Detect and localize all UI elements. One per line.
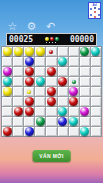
board-cell[interactable] [58, 107, 68, 116]
board-cell[interactable] [24, 117, 34, 126]
new-game-button[interactable]: VÁN MỚI [32, 150, 71, 162]
board-cell[interactable] [24, 47, 34, 56]
board-cell[interactable] [46, 57, 56, 66]
board-cell[interactable] [91, 77, 101, 86]
board-cell[interactable] [2, 87, 12, 96]
gear-icon[interactable]: ⚙ [25, 20, 38, 32]
board-cell[interactable] [69, 47, 79, 56]
board-cell[interactable] [2, 77, 12, 86]
board-cell[interactable] [58, 127, 68, 136]
ball-cyan [36, 77, 45, 86]
board-cell[interactable] [13, 57, 23, 66]
preview-ball-yellow [27, 90, 31, 94]
ball-red [58, 77, 67, 86]
board-cell[interactable] [2, 107, 12, 116]
ball-red [25, 67, 34, 76]
ball-yellow [14, 47, 23, 56]
board-cell[interactable] [13, 77, 23, 86]
ball-cyan [58, 57, 67, 66]
board-cell[interactable] [69, 67, 79, 76]
next-ball-red [50, 37, 54, 41]
ad-thumbnail [89, 7, 100, 18]
board-cell[interactable] [80, 67, 90, 76]
preview-ball-green [72, 80, 76, 84]
ad-badge[interactable]: Ad [88, 2, 101, 19]
ball-red [47, 67, 56, 76]
board-cell[interactable] [91, 107, 101, 116]
score-bar-specks [46, 42, 58, 43]
board-cell[interactable] [35, 87, 45, 96]
next-ball-green [55, 37, 59, 41]
board-cell[interactable] [24, 77, 34, 86]
board-cell[interactable] [35, 47, 45, 56]
ball-red [47, 87, 56, 96]
board-cell[interactable] [46, 97, 56, 106]
ball-magenta [69, 87, 78, 96]
board-cell[interactable] [58, 97, 68, 106]
ball-yellow [36, 47, 45, 56]
board-cell[interactable] [24, 87, 34, 96]
ball-red [25, 97, 34, 106]
board-cell[interactable] [24, 107, 34, 116]
ball-cyan [91, 47, 100, 56]
board-cell[interactable] [13, 117, 23, 126]
board-cell[interactable] [58, 77, 68, 86]
ball-green [36, 117, 45, 126]
next-ball-yellow [45, 37, 49, 41]
board-cell[interactable] [80, 87, 90, 96]
board-cell[interactable] [24, 57, 34, 66]
board-cell[interactable] [91, 127, 101, 136]
board-cell[interactable] [91, 117, 101, 126]
board [1, 46, 102, 137]
ball-yellow [3, 87, 12, 96]
board-cell[interactable] [13, 87, 23, 96]
ball-red [25, 77, 34, 86]
board-cell[interactable] [35, 107, 45, 116]
ball-magenta [3, 67, 12, 76]
board-cell[interactable] [80, 127, 90, 136]
board-cell[interactable] [2, 117, 12, 126]
board-cell[interactable] [2, 47, 12, 56]
board-cell[interactable] [35, 117, 45, 126]
board-cell[interactable] [80, 117, 90, 126]
board-cell[interactable] [46, 77, 56, 86]
board-cell[interactable] [91, 67, 101, 76]
board-cell[interactable] [35, 97, 45, 106]
ball-red [25, 107, 34, 116]
board-cell[interactable] [24, 67, 34, 76]
ball-red [3, 127, 12, 136]
board-cell[interactable] [58, 47, 68, 56]
game-screen: Ad ☆ ⚙ ↶ 00025 00000 VÁN MỚI [0, 0, 103, 183]
undo-icon[interactable]: ↶ [44, 20, 57, 32]
next-balls-panel [45, 37, 59, 43]
board-cell[interactable] [91, 47, 101, 56]
board-cell[interactable] [24, 97, 34, 106]
score-high: 00000 [70, 35, 94, 44]
board-cell[interactable] [69, 97, 79, 106]
board-cell[interactable] [91, 87, 101, 96]
board-cell[interactable] [80, 97, 90, 106]
board-cell[interactable] [2, 127, 12, 136]
board-cell[interactable] [69, 87, 79, 96]
ball-blue [25, 57, 34, 66]
board-cell[interactable] [58, 117, 68, 126]
board-cell[interactable] [35, 127, 45, 136]
board-cell[interactable] [35, 67, 45, 76]
ball-yellow [3, 47, 12, 56]
board-cell[interactable] [35, 57, 45, 66]
board-cell[interactable] [46, 67, 56, 76]
ball-blue [25, 127, 34, 136]
board-cell[interactable] [2, 57, 12, 66]
board-cell[interactable] [35, 77, 45, 86]
board-cell[interactable] [69, 117, 79, 126]
board-cell[interactable] [24, 127, 34, 136]
ball-green [80, 47, 89, 56]
board-cell[interactable] [69, 77, 79, 86]
ball-blue [58, 117, 67, 126]
board-cell[interactable] [80, 47, 90, 56]
board-cell[interactable] [13, 107, 23, 116]
ball-cyan [58, 107, 67, 116]
next-balls [45, 37, 59, 41]
board-cell[interactable] [69, 57, 79, 66]
ball-magenta [80, 107, 89, 116]
board-cell[interactable] [69, 127, 79, 136]
board-cell[interactable] [80, 107, 90, 116]
board-cell[interactable] [46, 87, 56, 96]
board-cell[interactable] [69, 107, 79, 116]
board-cell[interactable] [2, 67, 12, 76]
ball-red [14, 107, 23, 116]
ball-red [47, 97, 56, 106]
board-cell[interactable] [13, 47, 23, 56]
board-cell[interactable] [58, 87, 68, 96]
toolbar: ☆ ⚙ ↶ [6, 20, 57, 32]
board-cell[interactable] [46, 47, 56, 56]
board-cell[interactable] [2, 97, 12, 106]
board-cell[interactable] [91, 57, 101, 66]
star-icon[interactable]: ☆ [6, 20, 19, 32]
ball-cyan [3, 77, 12, 86]
board-cell[interactable] [80, 57, 90, 66]
board-cell[interactable] [13, 97, 23, 106]
board-cell[interactable] [46, 127, 56, 136]
board-cell[interactable] [46, 117, 56, 126]
board-cell[interactable] [80, 77, 90, 86]
ball-cyan [80, 127, 89, 136]
board-cell[interactable] [58, 67, 68, 76]
ball-yellow [25, 47, 34, 56]
preview-ball-red [49, 50, 53, 54]
board-cell[interactable] [58, 57, 68, 66]
score-bar: 00025 00000 [6, 33, 97, 46]
ball-red [69, 97, 78, 106]
ball-cyan [69, 117, 78, 126]
board-cell[interactable] [91, 97, 101, 106]
board-cell[interactable] [46, 107, 56, 116]
score-current: 00025 [9, 35, 33, 44]
board-cell[interactable] [13, 127, 23, 136]
board-cell[interactable] [13, 67, 23, 76]
